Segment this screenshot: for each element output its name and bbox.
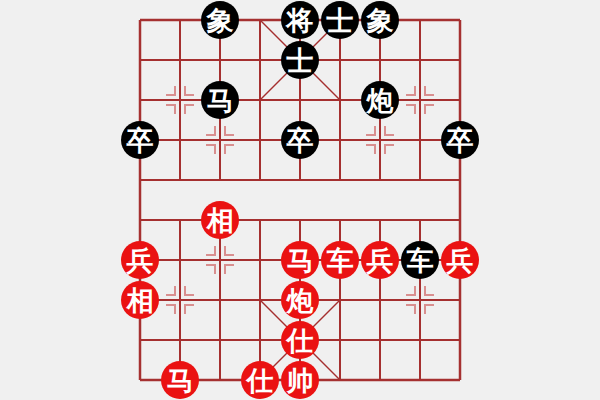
piece-glyph: 车 [327, 247, 354, 274]
piece-glyph: 兵 [367, 247, 394, 274]
marker-corner [406, 304, 416, 314]
piece-red-elephant[interactable]: 相 [201, 201, 239, 239]
piece-black-pawn[interactable]: 卒 [281, 121, 319, 159]
piece-glyph: 车 [407, 247, 434, 274]
piece-glyph: 将 [287, 7, 314, 34]
marker-corner [366, 126, 376, 136]
marker-corner [184, 104, 194, 114]
position-marker [200, 240, 240, 280]
piece-black-elephant[interactable]: 象 [201, 1, 239, 39]
piece-black-cannon[interactable]: 炮 [361, 81, 399, 119]
marker-corner [406, 286, 416, 296]
piece-black-chariot[interactable]: 车 [401, 241, 439, 279]
piece-black-horse[interactable]: 马 [201, 81, 239, 119]
piece-glyph: 马 [207, 87, 234, 114]
piece-glyph: 仕 [287, 327, 314, 354]
marker-corner [206, 264, 216, 274]
marker-corner [166, 286, 176, 296]
position-marker [360, 120, 400, 160]
piece-red-general[interactable]: 帅 [281, 361, 319, 399]
piece-glyph: 炮 [287, 287, 314, 314]
marker-corner [406, 104, 416, 114]
piece-glyph: 相 [207, 207, 234, 234]
piece-red-horse[interactable]: 马 [281, 241, 319, 279]
marker-corner [424, 286, 434, 296]
marker-corner [224, 144, 234, 154]
marker-corner [424, 104, 434, 114]
marker-corner [166, 104, 176, 114]
piece-glyph: 仕 [247, 367, 274, 394]
position-marker [160, 80, 200, 120]
marker-corner [366, 144, 376, 154]
piece-red-horse[interactable]: 马 [161, 361, 199, 399]
xiangqi-board: 象将士象士马炮卒卒卒相兵马车兵车兵相炮仕马仕帅 [0, 0, 600, 400]
piece-glyph: 士 [327, 7, 354, 34]
piece-black-general[interactable]: 将 [281, 1, 319, 39]
position-marker [160, 280, 200, 320]
piece-black-pawn[interactable]: 卒 [121, 121, 159, 159]
marker-corner [184, 286, 194, 296]
piece-red-cannon[interactable]: 炮 [281, 281, 319, 319]
position-marker [400, 80, 440, 120]
piece-glyph: 卒 [447, 127, 474, 154]
piece-red-advisor[interactable]: 仕 [281, 321, 319, 359]
piece-black-elephant[interactable]: 象 [361, 1, 399, 39]
piece-glyph: 卒 [287, 127, 314, 154]
piece-red-pawn[interactable]: 兵 [121, 241, 159, 279]
position-marker [200, 120, 240, 160]
marker-corner [206, 126, 216, 136]
marker-corner [406, 86, 416, 96]
marker-corner [384, 126, 394, 136]
piece-glyph: 象 [207, 7, 234, 34]
piece-glyph: 象 [367, 7, 394, 34]
marker-corner [206, 246, 216, 256]
marker-corner [224, 126, 234, 136]
piece-glyph: 卒 [127, 127, 154, 154]
piece-glyph: 士 [287, 47, 314, 74]
piece-glyph: 马 [287, 247, 314, 274]
position-marker [400, 280, 440, 320]
piece-glyph: 帅 [287, 367, 314, 394]
piece-glyph: 炮 [367, 87, 394, 114]
marker-corner [424, 86, 434, 96]
marker-corner [206, 144, 216, 154]
piece-black-advisor[interactable]: 士 [281, 41, 319, 79]
marker-corner [224, 246, 234, 256]
marker-corner [166, 86, 176, 96]
marker-corner [224, 264, 234, 274]
board-intersections[interactable]: 象将士象士马炮卒卒卒相兵马车兵车兵相炮仕马仕帅 [120, 0, 480, 400]
piece-glyph: 兵 [127, 247, 154, 274]
marker-corner [166, 304, 176, 314]
piece-black-advisor[interactable]: 士 [321, 1, 359, 39]
marker-corner [184, 86, 194, 96]
piece-glyph: 马 [167, 367, 194, 394]
piece-red-chariot[interactable]: 车 [321, 241, 359, 279]
piece-red-pawn[interactable]: 兵 [361, 241, 399, 279]
marker-corner [184, 304, 194, 314]
marker-corner [384, 144, 394, 154]
marker-corner [424, 304, 434, 314]
piece-red-pawn[interactable]: 兵 [441, 241, 479, 279]
piece-glyph: 兵 [447, 247, 474, 274]
piece-red-elephant[interactable]: 相 [121, 281, 159, 319]
piece-glyph: 相 [127, 287, 154, 314]
piece-black-pawn[interactable]: 卒 [441, 121, 479, 159]
piece-red-advisor[interactable]: 仕 [241, 361, 279, 399]
